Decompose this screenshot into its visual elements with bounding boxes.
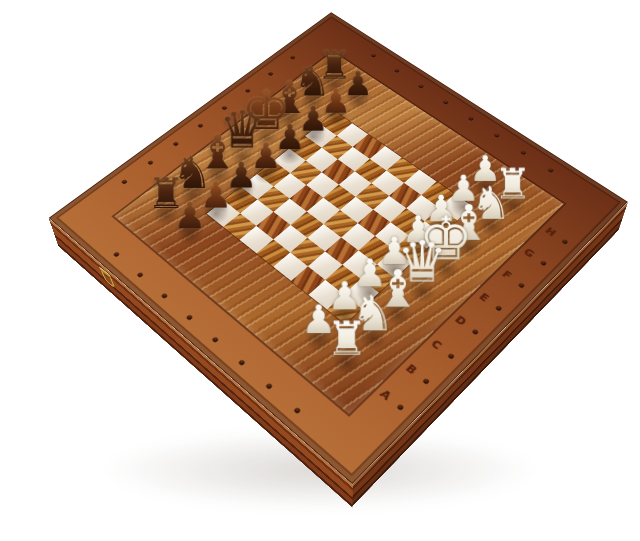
chess-set-scene: ABCDEFGH ♜♞♝♛♚♝♞♜♟♟♟♟♟♟♟♟♟♟♟♟♟♟♟♟♜♞♝♛♚♝♞…	[0, 0, 640, 541]
chess-box: ABCDEFGH ♜♞♝♛♚♝♞♜♟♟♟♟♟♟♟♟♟♟♟♟♟♟♟♟♜♞♝♛♚♝♞…	[49, 12, 628, 484]
rook-glyph: ♜	[326, 315, 368, 362]
piece-dark-pawn-a7[interactable]: ♟	[165, 214, 215, 255]
piece-white-rook-a1[interactable]: ♜	[319, 338, 374, 386]
pawn-glyph: ♟	[173, 197, 206, 234]
